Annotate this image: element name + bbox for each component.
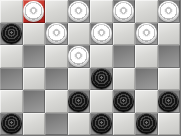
dark-square[interactable] (113, 90, 136, 113)
light-square[interactable] (68, 113, 91, 136)
light-square[interactable] (0, 90, 23, 113)
light-square[interactable] (135, 0, 158, 23)
light-square[interactable] (45, 90, 68, 113)
dark-square[interactable] (23, 90, 46, 113)
light-square[interactable] (90, 0, 113, 23)
dark-square[interactable] (45, 23, 68, 46)
white-checker[interactable] (68, 1, 89, 22)
dark-square[interactable] (90, 68, 113, 91)
dark-square[interactable] (90, 113, 113, 136)
light-square[interactable] (158, 68, 181, 91)
dark-square[interactable] (113, 0, 136, 23)
light-square[interactable] (23, 113, 46, 136)
light-square[interactable] (23, 68, 46, 91)
white-checker[interactable] (91, 23, 112, 44)
light-square[interactable] (0, 0, 23, 23)
dark-square[interactable] (0, 68, 23, 91)
dark-square[interactable] (68, 0, 91, 23)
dark-square[interactable] (45, 113, 68, 136)
black-checker[interactable] (91, 113, 112, 134)
black-checker[interactable] (113, 91, 134, 112)
dark-square[interactable] (45, 68, 68, 91)
light-square[interactable] (135, 90, 158, 113)
light-square[interactable] (90, 90, 113, 113)
light-square[interactable] (113, 23, 136, 46)
dark-square[interactable] (158, 45, 181, 68)
white-checker[interactable] (23, 1, 44, 22)
dark-square[interactable] (68, 90, 91, 113)
light-square[interactable] (45, 0, 68, 23)
black-checker[interactable] (68, 91, 89, 112)
light-square[interactable] (90, 45, 113, 68)
dark-square[interactable] (135, 113, 158, 136)
game-window (0, 0, 180, 135)
dark-square[interactable] (113, 45, 136, 68)
black-checker[interactable] (1, 23, 22, 44)
light-square[interactable] (158, 23, 181, 46)
checkers-board (0, 0, 180, 135)
white-checker[interactable] (46, 23, 67, 44)
light-square[interactable] (113, 113, 136, 136)
dark-square[interactable] (90, 23, 113, 46)
dark-square[interactable] (23, 45, 46, 68)
selected-square[interactable] (23, 0, 46, 23)
dark-square[interactable] (135, 23, 158, 46)
light-square[interactable] (135, 45, 158, 68)
black-checker[interactable] (136, 113, 157, 134)
black-checker[interactable] (91, 68, 112, 89)
light-square[interactable] (68, 23, 91, 46)
dark-square[interactable] (158, 90, 181, 113)
light-square[interactable] (0, 45, 23, 68)
white-checker[interactable] (136, 23, 157, 44)
white-checker[interactable] (113, 1, 134, 22)
light-square[interactable] (68, 68, 91, 91)
black-checker[interactable] (1, 113, 22, 134)
light-square[interactable] (113, 68, 136, 91)
dark-square[interactable] (135, 68, 158, 91)
white-checker[interactable] (68, 46, 89, 67)
dark-square[interactable] (0, 113, 23, 136)
black-checker[interactable] (158, 91, 179, 112)
light-square[interactable] (158, 113, 181, 136)
dark-square[interactable] (0, 23, 23, 46)
light-square[interactable] (23, 23, 46, 46)
dark-square[interactable] (68, 45, 91, 68)
white-checker[interactable] (158, 1, 179, 22)
light-square[interactable] (45, 45, 68, 68)
dark-square[interactable] (158, 0, 181, 23)
